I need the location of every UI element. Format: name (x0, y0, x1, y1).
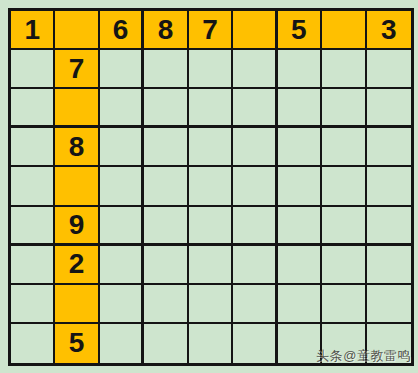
cell-r9c5[interactable] (189, 324, 233, 363)
cell-r4c3[interactable] (100, 128, 144, 167)
cell-r4c4[interactable] (144, 128, 188, 167)
cell-r8c5[interactable] (189, 285, 233, 324)
cell-r3c5[interactable] (189, 89, 233, 128)
cell-r3c1[interactable] (11, 89, 55, 128)
cell-r5c2[interactable] (55, 167, 99, 206)
cell-r8c8[interactable] (322, 285, 366, 324)
cell-r1c5[interactable]: 7 (189, 11, 233, 50)
cell-r2c3[interactable] (100, 50, 144, 89)
cell-r7c3[interactable] (100, 246, 144, 285)
cell-r8c6[interactable] (233, 285, 277, 324)
cell-r3c6[interactable] (233, 89, 277, 128)
cell-r1c3[interactable]: 6 (100, 11, 144, 50)
cell-r2c5[interactable] (189, 50, 233, 89)
cell-r5c7[interactable] (278, 167, 322, 206)
cell-r9c2[interactable]: 5 (55, 324, 99, 363)
cell-r9c4[interactable] (144, 324, 188, 363)
cell-r4c1[interactable] (11, 128, 55, 167)
cell-r8c2[interactable] (55, 285, 99, 324)
cell-r9c8[interactable] (322, 324, 366, 363)
cell-r6c7[interactable] (278, 207, 322, 246)
cell-r9c9[interactable] (367, 324, 411, 363)
cell-r6c5[interactable] (189, 207, 233, 246)
cell-r7c8[interactable] (322, 246, 366, 285)
cell-r9c6[interactable] (233, 324, 277, 363)
cell-r6c8[interactable] (322, 207, 366, 246)
cell-r1c6[interactable] (233, 11, 277, 50)
cell-r6c4[interactable] (144, 207, 188, 246)
cell-r8c1[interactable] (11, 285, 55, 324)
cell-r6c2[interactable]: 9 (55, 207, 99, 246)
cell-r2c4[interactable] (144, 50, 188, 89)
cell-r8c4[interactable] (144, 285, 188, 324)
cell-r4c7[interactable] (278, 128, 322, 167)
cell-r2c7[interactable] (278, 50, 322, 89)
cell-r3c8[interactable] (322, 89, 366, 128)
cell-r2c6[interactable] (233, 50, 277, 89)
cell-r5c8[interactable] (322, 167, 366, 206)
cell-r8c7[interactable] (278, 285, 322, 324)
cell-r4c5[interactable] (189, 128, 233, 167)
cell-r7c2[interactable]: 2 (55, 246, 99, 285)
cell-r4c8[interactable] (322, 128, 366, 167)
cell-r8c9[interactable] (367, 285, 411, 324)
cell-r1c1[interactable]: 1 (11, 11, 55, 50)
cell-r9c1[interactable] (11, 324, 55, 363)
cell-r1c2[interactable] (55, 11, 99, 50)
cell-r3c2[interactable] (55, 89, 99, 128)
cell-r7c7[interactable] (278, 246, 322, 285)
cell-r5c3[interactable] (100, 167, 144, 206)
sudoku-board: 16875378925 (8, 8, 414, 366)
cell-r4c6[interactable] (233, 128, 277, 167)
cell-r9c7[interactable] (278, 324, 322, 363)
cell-r7c5[interactable] (189, 246, 233, 285)
cell-r3c4[interactable] (144, 89, 188, 128)
cell-r3c3[interactable] (100, 89, 144, 128)
cell-r4c2[interactable]: 8 (55, 128, 99, 167)
cell-r1c9[interactable]: 3 (367, 11, 411, 50)
cell-r1c7[interactable]: 5 (278, 11, 322, 50)
cell-r7c1[interactable] (11, 246, 55, 285)
cell-r6c9[interactable] (367, 207, 411, 246)
cell-r7c4[interactable] (144, 246, 188, 285)
cell-r6c3[interactable] (100, 207, 144, 246)
cell-r2c1[interactable] (11, 50, 55, 89)
cell-r1c8[interactable] (322, 11, 366, 50)
cell-r7c9[interactable] (367, 246, 411, 285)
cell-r5c9[interactable] (367, 167, 411, 206)
cell-r2c9[interactable] (367, 50, 411, 89)
cell-r6c1[interactable] (11, 207, 55, 246)
cell-r5c5[interactable] (189, 167, 233, 206)
cell-r9c3[interactable] (100, 324, 144, 363)
cell-r2c2[interactable]: 7 (55, 50, 99, 89)
cell-r5c6[interactable] (233, 167, 277, 206)
cell-r4c9[interactable] (367, 128, 411, 167)
cell-r5c1[interactable] (11, 167, 55, 206)
cell-r3c9[interactable] (367, 89, 411, 128)
cell-r2c8[interactable] (322, 50, 366, 89)
cell-r1c4[interactable]: 8 (144, 11, 188, 50)
cell-r3c7[interactable] (278, 89, 322, 128)
cell-r6c6[interactable] (233, 207, 277, 246)
cell-r5c4[interactable] (144, 167, 188, 206)
cell-r8c3[interactable] (100, 285, 144, 324)
cell-r7c6[interactable] (233, 246, 277, 285)
